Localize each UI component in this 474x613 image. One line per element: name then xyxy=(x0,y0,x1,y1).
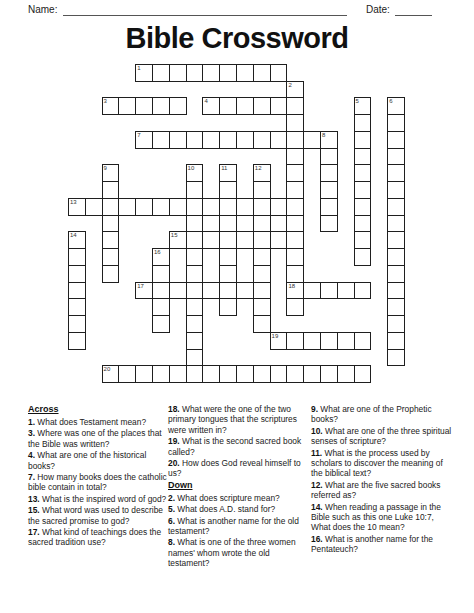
grid-cell-r14c9[interactable] xyxy=(219,298,237,316)
clue-17: 17. What kind of teachings does the sacr… xyxy=(28,527,168,548)
grid-cell-r18c7[interactable] xyxy=(186,365,204,383)
grid-cell-r0c5[interactable] xyxy=(152,64,170,82)
grid-cell-r16c0[interactable] xyxy=(68,332,86,350)
grid-cell-r2c19[interactable]: 6 xyxy=(387,97,405,115)
grid-cell-r13c0[interactable] xyxy=(68,282,86,300)
grid-cell-r8c9[interactable] xyxy=(219,198,237,216)
grid-cell-r6c11[interactable]: 12 xyxy=(253,164,271,182)
cell-number-12: 12 xyxy=(255,165,262,172)
grid-cell-r14c13[interactable] xyxy=(286,298,304,316)
grid-cell-r9c13[interactable] xyxy=(286,215,304,233)
grid-cell-r4c7[interactable] xyxy=(186,131,204,149)
grid-cell-r18c10[interactable] xyxy=(236,365,254,383)
grid-cell-r7c2[interactable] xyxy=(102,181,120,199)
grid-cell-r8c19[interactable] xyxy=(387,198,405,216)
grid-cell-r10c2[interactable] xyxy=(102,231,120,249)
clue-column-3: 9. What are one of the Prophetic books?1… xyxy=(311,404,453,556)
cell-number-7: 7 xyxy=(137,132,140,139)
grid-cell-r12c11[interactable] xyxy=(253,265,271,283)
date-label: Date: xyxy=(366,4,390,15)
grid-cell-r18c16[interactable] xyxy=(337,365,355,383)
grid-cell-r13c19[interactable] xyxy=(387,282,405,300)
grid-cell-r13c6[interactable] xyxy=(169,282,187,300)
grid-cell-r8c13[interactable] xyxy=(286,198,304,216)
cell-number-10: 10 xyxy=(188,165,195,172)
grid-cell-r7c15[interactable] xyxy=(320,181,338,199)
grid-cell-r13c15[interactable] xyxy=(320,282,338,300)
grid-cell-r12c5[interactable] xyxy=(152,265,170,283)
grid-cell-r4c9[interactable] xyxy=(219,131,237,149)
grid-cell-r14c5[interactable] xyxy=(152,298,170,316)
grid-cell-r12c19[interactable] xyxy=(387,265,405,283)
grid-cell-r11c13[interactable] xyxy=(286,248,304,266)
grid-cell-r6c2[interactable]: 9 xyxy=(102,164,120,182)
clue-15: 15. What word was used to describe the s… xyxy=(28,505,168,526)
grid-cell-r18c12[interactable] xyxy=(270,365,288,383)
cell-number-1: 1 xyxy=(137,65,140,72)
date-fill-line[interactable] xyxy=(395,15,432,16)
grid-cell-r4c13[interactable] xyxy=(286,131,304,149)
grid-cell-r2c8[interactable]: 4 xyxy=(202,97,220,115)
grid-cell-r8c12[interactable] xyxy=(270,198,288,216)
grid-cell-r14c7[interactable] xyxy=(186,298,204,316)
grid-cell-r16c16[interactable] xyxy=(337,332,355,350)
cell-number-2: 2 xyxy=(288,82,291,89)
grid-cell-r16c13[interactable] xyxy=(286,332,304,350)
grid-cell-r11c11[interactable] xyxy=(253,248,271,266)
grid-cell-r4c10[interactable] xyxy=(236,131,254,149)
cell-number-3: 3 xyxy=(104,98,107,105)
grid-cell-r0c11[interactable] xyxy=(253,64,271,82)
grid-cell-r8c5[interactable] xyxy=(152,198,170,216)
grid-cell-r10c11[interactable] xyxy=(253,231,271,249)
grid-cell-r8c7[interactable] xyxy=(186,198,204,216)
grid-cell-r7c19[interactable] xyxy=(387,181,405,199)
grid-cell-r16c19[interactable] xyxy=(387,332,405,350)
grid-cell-r13c8[interactable] xyxy=(202,282,220,300)
cell-number-18: 18 xyxy=(288,283,295,290)
grid-cell-r16c7[interactable] xyxy=(186,332,204,350)
grid-cell-r16c15[interactable] xyxy=(320,332,338,350)
grid-cell-r13c4[interactable]: 17 xyxy=(135,282,153,300)
grid-cell-r10c6[interactable]: 15 xyxy=(169,231,187,249)
grid-cell-r10c19[interactable] xyxy=(387,231,405,249)
grid-cell-r16c12[interactable]: 19 xyxy=(270,332,288,350)
grid-cell-r18c15[interactable] xyxy=(320,365,338,383)
clue-18: 18. What were the one of the two primary… xyxy=(168,404,310,435)
crossword-grid: 1234567891011121314151617181920 xyxy=(68,64,405,383)
grid-cell-r7c11[interactable] xyxy=(253,181,271,199)
grid-cell-r9c9[interactable] xyxy=(219,215,237,233)
grid-cell-r12c13[interactable] xyxy=(286,265,304,283)
grid-cell-r18c8[interactable] xyxy=(202,365,220,383)
cell-number-8: 8 xyxy=(322,132,325,139)
grid-cell-r7c9[interactable] xyxy=(219,181,237,199)
grid-cell-r1c13[interactable]: 2 xyxy=(286,81,304,99)
grid-cell-r4c19[interactable] xyxy=(387,131,405,149)
grid-cell-r3c19[interactable] xyxy=(387,114,405,132)
grid-cell-r13c13[interactable]: 18 xyxy=(286,282,304,300)
grid-cell-r10c10[interactable] xyxy=(236,231,254,249)
grid-cell-r0c9[interactable] xyxy=(219,64,237,82)
grid-cell-r10c8[interactable] xyxy=(202,231,220,249)
cell-number-4: 4 xyxy=(204,98,207,105)
grid-cell-r17c7[interactable] xyxy=(186,349,204,367)
grid-cell-r4c15[interactable]: 8 xyxy=(320,131,338,149)
grid-cell-r10c13[interactable] xyxy=(286,231,304,249)
grid-cell-r14c11[interactable] xyxy=(253,298,271,316)
grid-cell-r2c11[interactable] xyxy=(253,97,271,115)
grid-cell-r0c12[interactable] xyxy=(270,64,288,82)
grid-cell-r17c19[interactable] xyxy=(387,349,405,367)
grid-cell-r5c15[interactable] xyxy=(320,148,338,166)
grid-cell-r4c11[interactable] xyxy=(253,131,271,149)
grid-cell-r0c4[interactable]: 1 xyxy=(135,64,153,82)
grid-cell-r7c13[interactable] xyxy=(286,181,304,199)
clue-10: 10. What are one of the three spiritual … xyxy=(311,426,453,447)
worksheet-header: Name: Date: xyxy=(0,3,474,19)
grid-cell-r9c7[interactable] xyxy=(186,215,204,233)
down-header: Down xyxy=(168,480,310,491)
cell-number-9: 9 xyxy=(104,165,107,172)
grid-cell-r2c17[interactable]: 5 xyxy=(354,97,372,115)
grid-cell-r18c6[interactable] xyxy=(169,365,187,383)
clue-16: 16. What is another name for the Pentate… xyxy=(311,534,453,555)
grid-cell-r8c2[interactable] xyxy=(102,198,120,216)
grid-cell-r2c9[interactable] xyxy=(219,97,237,115)
grid-cell-r9c2[interactable] xyxy=(102,215,120,233)
grid-cell-r7c7[interactable] xyxy=(186,181,204,199)
grid-cell-r4c8[interactable] xyxy=(202,131,220,149)
grid-cell-r4c4[interactable]: 7 xyxy=(135,131,153,149)
grid-cell-r11c2[interactable] xyxy=(102,248,120,266)
grid-cell-r0c6[interactable] xyxy=(169,64,187,82)
grid-cell-r2c3[interactable] xyxy=(118,97,136,115)
clue-1: 1. What does Testament mean? xyxy=(28,417,168,427)
grid-cell-r6c15[interactable] xyxy=(320,164,338,182)
grid-cell-r15c0[interactable] xyxy=(68,315,86,333)
grid-cell-r18c13[interactable] xyxy=(286,365,304,383)
grid-cell-r9c17[interactable] xyxy=(354,215,372,233)
cell-number-5: 5 xyxy=(356,98,359,105)
grid-cell-r8c1[interactable] xyxy=(85,198,103,216)
clue-11: 11. What is the process used by scholars… xyxy=(311,448,453,479)
grid-cell-r8c4[interactable] xyxy=(135,198,153,216)
name-label: Name: xyxy=(28,4,57,15)
across-header: Across xyxy=(28,404,168,415)
grid-cell-r8c3[interactable] xyxy=(118,198,136,216)
grid-cell-r13c14[interactable] xyxy=(303,282,321,300)
cell-number-11: 11 xyxy=(221,165,227,172)
grid-cell-r13c9[interactable] xyxy=(219,282,237,300)
grid-cell-r14c0[interactable] xyxy=(68,298,86,316)
grid-cell-r2c10[interactable] xyxy=(236,97,254,115)
grid-cell-r4c14[interactable] xyxy=(303,131,321,149)
grid-cell-r2c12[interactable] xyxy=(270,97,288,115)
grid-cell-r2c6[interactable] xyxy=(169,97,187,115)
grid-cell-r15c7[interactable] xyxy=(186,315,204,333)
grid-cell-r10c17[interactable] xyxy=(354,231,372,249)
clue-9: 9. What are one of the Prophetic books? xyxy=(311,404,453,425)
grid-cell-r12c0[interactable] xyxy=(68,265,86,283)
grid-cell-r10c12[interactable] xyxy=(270,231,288,249)
grid-cell-r4c6[interactable] xyxy=(169,131,187,149)
grid-cell-r7c17[interactable] xyxy=(354,181,372,199)
clue-2: 2. What does scripture mean? xyxy=(168,493,310,503)
grid-cell-r13c11[interactable] xyxy=(253,282,271,300)
grid-cell-r18c17[interactable] xyxy=(354,365,372,383)
grid-cell-r5c17[interactable] xyxy=(354,148,372,166)
grid-cell-r18c5[interactable] xyxy=(152,365,170,383)
grid-cell-r18c3[interactable] xyxy=(118,365,136,383)
cell-number-14: 14 xyxy=(70,232,77,239)
grid-cell-r16c17[interactable] xyxy=(354,332,372,350)
grid-cell-r11c19[interactable] xyxy=(387,248,405,266)
grid-cell-r2c13[interactable] xyxy=(286,97,304,115)
cell-number-15: 15 xyxy=(171,232,178,239)
grid-cell-r5c19[interactable] xyxy=(387,148,405,166)
grid-cell-r2c4[interactable] xyxy=(135,97,153,115)
grid-cell-r13c5[interactable] xyxy=(152,282,170,300)
page-title: Bible Crossword xyxy=(0,22,474,55)
grid-cell-r5c13[interactable] xyxy=(286,148,304,166)
grid-cell-r11c17[interactable] xyxy=(354,248,372,266)
clue-8: 8. What is one of the three women names'… xyxy=(168,537,310,568)
grid-cell-r13c10[interactable] xyxy=(236,282,254,300)
grid-cell-r4c17[interactable] xyxy=(354,131,372,149)
grid-cell-r2c2[interactable]: 3 xyxy=(102,97,120,115)
grid-cell-r18c14[interactable] xyxy=(303,365,321,383)
grid-cell-r2c5[interactable] xyxy=(152,97,170,115)
grid-cell-r11c9[interactable] xyxy=(219,248,237,266)
grid-cell-r12c7[interactable] xyxy=(186,265,204,283)
grid-cell-r14c19[interactable] xyxy=(387,298,405,316)
grid-cell-r9c15[interactable] xyxy=(320,215,338,233)
clue-3: 3. Where was one of the places that the … xyxy=(28,428,168,449)
cell-number-19: 19 xyxy=(272,333,279,340)
grid-cell-r4c5[interactable] xyxy=(152,131,170,149)
clue-12: 12. What are the five sacred books refer… xyxy=(311,480,453,501)
grid-cell-r8c11[interactable] xyxy=(253,198,271,216)
grid-cell-r13c17[interactable] xyxy=(354,282,372,300)
grid-cell-r11c0[interactable] xyxy=(68,248,86,266)
grid-cell-r16c14[interactable] xyxy=(303,332,321,350)
cell-number-16: 16 xyxy=(154,249,161,256)
clue-6: 6. What is another name for the old test… xyxy=(168,516,310,537)
clue-column-1: Across1. What does Testament mean?3. Whe… xyxy=(28,404,168,549)
grid-cell-r11c7[interactable] xyxy=(186,248,204,266)
cell-number-13: 13 xyxy=(70,199,77,206)
clue-20: 20. How does God reveal himself to us? xyxy=(168,458,310,479)
cell-number-17: 17 xyxy=(137,283,144,290)
grid-cell-r10c9[interactable] xyxy=(219,231,237,249)
grid-cell-r3c17[interactable] xyxy=(354,114,372,132)
grid-cell-r6c17[interactable] xyxy=(354,164,372,182)
cell-number-20: 20 xyxy=(104,366,111,373)
grid-cell-r4c12[interactable] xyxy=(270,131,288,149)
grid-cell-r0c8[interactable] xyxy=(202,64,220,82)
grid-cell-r18c11[interactable] xyxy=(253,365,271,383)
name-fill-line[interactable] xyxy=(63,15,347,16)
grid-cell-r9c11[interactable] xyxy=(253,215,271,233)
clue-14: 14. When reading a passage in the Bible … xyxy=(311,502,453,533)
clue-column-2: 18. What were the one of the two primary… xyxy=(168,404,310,570)
clue-13: 13. What is the inspired word of god? xyxy=(28,494,168,504)
clue-5: 5. What does A.D. stand for? xyxy=(168,504,310,514)
clue-19: 19. What is the second sacred book calle… xyxy=(168,436,310,457)
grid-cell-r9c19[interactable] xyxy=(387,215,405,233)
grid-cell-r11c5[interactable]: 16 xyxy=(152,248,170,266)
grid-cell-r6c9[interactable]: 11 xyxy=(219,164,237,182)
grid-cell-r18c9[interactable] xyxy=(219,365,237,383)
clue-4: 4. What are one of the historical books? xyxy=(28,450,168,471)
grid-cell-r13c16[interactable] xyxy=(337,282,355,300)
grid-cell-r18c2[interactable]: 20 xyxy=(102,365,120,383)
grid-cell-r13c7[interactable] xyxy=(186,282,204,300)
clue-7: 7. How many books does the catholic bibl… xyxy=(28,472,168,493)
grid-cell-r6c19[interactable] xyxy=(387,164,405,182)
grid-cell-r8c10[interactable] xyxy=(236,198,254,216)
grid-cell-r8c15[interactable] xyxy=(320,198,338,216)
grid-cell-r0c7[interactable] xyxy=(186,64,204,82)
grid-cell-r0c10[interactable] xyxy=(236,64,254,82)
grid-cell-r15c19[interactable] xyxy=(387,315,405,333)
grid-cell-r12c9[interactable] xyxy=(219,265,237,283)
grid-cell-r3c13[interactable] xyxy=(286,114,304,132)
grid-cell-r18c4[interactable] xyxy=(135,365,153,383)
grid-cell-r8c17[interactable] xyxy=(354,198,372,216)
cell-number-6: 6 xyxy=(389,98,392,105)
grid-cell-r15c5[interactable] xyxy=(152,315,170,333)
grid-cell-r8c8[interactable] xyxy=(202,198,220,216)
grid-cell-r8c0[interactable]: 13 xyxy=(68,198,86,216)
grid-cell-r10c0[interactable]: 14 xyxy=(68,231,86,249)
grid-cell-r12c2[interactable] xyxy=(102,265,120,283)
grid-cell-r15c11[interactable] xyxy=(253,315,271,333)
grid-cell-r8c6[interactable] xyxy=(169,198,187,216)
grid-cell-r10c7[interactable] xyxy=(186,231,204,249)
grid-cell-r6c13[interactable] xyxy=(286,164,304,182)
grid-cell-r6c7[interactable]: 10 xyxy=(186,164,204,182)
